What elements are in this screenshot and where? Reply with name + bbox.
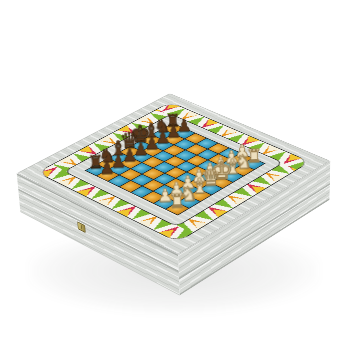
square-b1 [178,196,200,208]
square-e1 [211,177,232,188]
square-c3 [165,179,186,190]
square-a7 [97,170,118,181]
square-d2 [188,178,209,189]
square-a6 [108,175,129,186]
square-c1 [189,190,211,201]
square-d4 [165,167,186,178]
square-f1 [222,171,243,182]
square-a2 [154,197,176,209]
square-e2 [199,172,220,183]
square-e3 [187,166,208,177]
square-c2 [177,184,199,195]
square-c4 [154,174,175,185]
square-f2 [210,166,231,177]
square-b3 [154,185,176,196]
square-a1 [166,203,188,215]
camera-tilt: ♜♞♝♛♚♝♞♜♟♟♟♟♟♟♟♟♟♟♟♟♟♟♟♟♜♞♝♛♚♝♞♜ [0,0,350,350]
square-b5 [131,174,152,185]
square-b6 [120,169,141,180]
square-a4 [131,186,153,197]
square-c5 [142,168,163,179]
square-a5 [120,181,141,192]
square-g1 [233,165,254,176]
square-d3 [176,173,197,184]
product-photo-chess-box: ♜♞♝♛♚♝♞♜♟♟♟♟♟♟♟♟♟♟♟♟♟♟♟♟♜♞♝♛♚♝♞♜ [0,0,350,350]
square-d1 [200,183,222,194]
square-b2 [166,191,188,202]
square-a3 [143,192,165,203]
square-b4 [143,180,164,191]
